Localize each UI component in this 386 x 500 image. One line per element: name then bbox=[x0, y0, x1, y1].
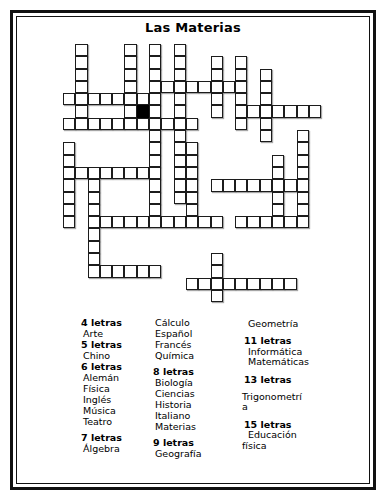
grid-cell-5-12[interactable] bbox=[211, 105, 223, 117]
grid-cell-19-4 bbox=[112, 278, 124, 290]
grid-cell-1-9[interactable] bbox=[174, 56, 186, 68]
grid-cell-9-7[interactable] bbox=[149, 155, 161, 167]
grid-cell-20-20 bbox=[309, 290, 321, 302]
grid-cell-6-14[interactable] bbox=[235, 118, 247, 130]
grid-cell-3-11[interactable] bbox=[198, 81, 210, 93]
grid-cell-13-8 bbox=[161, 204, 173, 216]
grid-cell-16-10 bbox=[186, 241, 198, 253]
grid-cell-20-10 bbox=[186, 290, 198, 302]
grid-cell-2-14[interactable] bbox=[235, 69, 247, 81]
grid-cell-10-16 bbox=[260, 167, 272, 179]
grid-cell-12-20 bbox=[309, 192, 321, 204]
grid-cell-18-2[interactable] bbox=[88, 265, 100, 277]
grid-cell-12-11 bbox=[198, 192, 210, 204]
word-item: Cálculo bbox=[153, 317, 223, 328]
word-item: Álgebra bbox=[81, 443, 151, 454]
grid-cell-7-7[interactable] bbox=[149, 130, 161, 142]
grid-cell-18-8 bbox=[161, 265, 173, 277]
grid-cell-8-7[interactable] bbox=[149, 142, 161, 154]
grid-cell-16-16 bbox=[260, 241, 272, 253]
grid-cell-5-20[interactable] bbox=[309, 105, 321, 117]
grid-cell-15-5 bbox=[124, 228, 136, 240]
grid-cell-0-10 bbox=[186, 44, 198, 56]
grid-cell-4-4[interactable] bbox=[112, 93, 124, 105]
grid-cell-8-20 bbox=[309, 142, 321, 154]
grid-cell-0-9[interactable] bbox=[174, 44, 186, 56]
grid-cell-9-17[interactable] bbox=[272, 155, 284, 167]
grid-cell-10-7[interactable] bbox=[149, 167, 161, 179]
grid-cell-9-16 bbox=[260, 155, 272, 167]
grid-cell-4-0[interactable] bbox=[63, 93, 75, 105]
grid-cell-19-11[interactable] bbox=[198, 278, 210, 290]
grid-cell-12-9[interactable] bbox=[174, 192, 186, 204]
grid-cell-6-18 bbox=[284, 118, 296, 130]
grid-cell-6-20 bbox=[309, 118, 321, 130]
grid-cell-0-7[interactable] bbox=[149, 44, 161, 56]
grid-cell-5-17[interactable] bbox=[272, 105, 284, 117]
grid-cell-4-14[interactable] bbox=[235, 93, 247, 105]
grid-cell-8-3 bbox=[100, 142, 112, 154]
grid-cell-14-20 bbox=[309, 216, 321, 228]
grid-cell-1-14[interactable] bbox=[235, 56, 247, 68]
grid-cell-16-3 bbox=[100, 241, 112, 253]
grid-cell-7-8 bbox=[161, 130, 173, 142]
grid-cell-3-20 bbox=[309, 81, 321, 93]
grid-cell-6-5[interactable] bbox=[124, 118, 136, 130]
grid-cell-6-15 bbox=[247, 118, 259, 130]
grid-cell-5-7[interactable] bbox=[149, 105, 161, 117]
grid-cell-3-7[interactable] bbox=[149, 81, 161, 93]
grid-cell-3-14[interactable] bbox=[235, 81, 247, 93]
grid-cell-3-13[interactable] bbox=[223, 81, 235, 93]
grid-cell-6-9[interactable] bbox=[174, 118, 186, 130]
grid-cell-11-12[interactable] bbox=[211, 179, 223, 191]
grid-cell-13-15 bbox=[247, 204, 259, 216]
grid-cell-12-19[interactable] bbox=[297, 192, 309, 204]
grid-cell-4-16[interactable] bbox=[260, 93, 272, 105]
grid-cell-19-16[interactable] bbox=[260, 278, 272, 290]
grid-cell-7-16[interactable] bbox=[260, 130, 272, 142]
grid-cell-10-13 bbox=[223, 167, 235, 179]
grid-cell-6-2[interactable] bbox=[88, 118, 100, 130]
grid-cell-16-8 bbox=[161, 241, 173, 253]
grid-cell-16-2[interactable] bbox=[88, 241, 100, 253]
grid-cell-18-17 bbox=[272, 265, 284, 277]
grid-cell-12-7[interactable] bbox=[149, 192, 161, 204]
grid-cell-12-10[interactable] bbox=[186, 192, 198, 204]
grid-cell-6-4[interactable] bbox=[112, 118, 124, 130]
grid-cell-10-6[interactable] bbox=[137, 167, 149, 179]
grid-cell-1-8 bbox=[161, 56, 173, 68]
grid-cell-5-8 bbox=[161, 105, 173, 117]
grid-cell-17-4 bbox=[112, 253, 124, 265]
grid-cell-14-1 bbox=[75, 216, 87, 228]
grid-cell-14-16[interactable] bbox=[260, 216, 272, 228]
grid-cell-18-3[interactable] bbox=[100, 265, 112, 277]
grid-cell-19-7 bbox=[149, 278, 161, 290]
grid-cell-1-2 bbox=[88, 56, 100, 68]
grid-cell-1-20 bbox=[309, 56, 321, 68]
grid-cell-14-7[interactable] bbox=[149, 216, 161, 228]
grid-cell-13-10[interactable] bbox=[186, 204, 198, 216]
grid-cell-5-6 bbox=[137, 105, 149, 117]
grid-cell-15-2[interactable] bbox=[88, 228, 100, 240]
grid-cell-19-15[interactable] bbox=[247, 278, 259, 290]
grid-cell-1-7[interactable] bbox=[149, 56, 161, 68]
grid-cell-9-6 bbox=[137, 155, 149, 167]
grid-cell-16-12 bbox=[211, 241, 223, 253]
grid-cell-13-11 bbox=[198, 204, 210, 216]
grid-cell-8-6 bbox=[137, 142, 149, 154]
grid-cell-7-15 bbox=[247, 130, 259, 142]
grid-cell-12-17[interactable] bbox=[272, 192, 284, 204]
grid-cell-4-5[interactable] bbox=[124, 93, 136, 105]
grid-cell-20-16 bbox=[260, 290, 272, 302]
grid-cell-17-3 bbox=[100, 253, 112, 265]
grid-cell-10-17[interactable] bbox=[272, 167, 284, 179]
grid-cell-4-9[interactable] bbox=[174, 93, 186, 105]
grid-cell-2-10 bbox=[186, 69, 198, 81]
word-item: Física bbox=[81, 383, 151, 394]
grid-cell-7-10 bbox=[186, 130, 198, 142]
grid-cell-4-6[interactable] bbox=[137, 93, 149, 105]
grid-cell-10-3[interactable] bbox=[100, 167, 112, 179]
grid-cell-7-11 bbox=[198, 130, 210, 142]
grid-cell-19-0 bbox=[63, 278, 75, 290]
grid-cell-14-0[interactable] bbox=[63, 216, 75, 228]
grid-cell-13-0[interactable] bbox=[63, 204, 75, 216]
grid-cell-12-13 bbox=[223, 192, 235, 204]
grid-cell-5-16[interactable] bbox=[260, 105, 272, 117]
grid-cell-11-0[interactable] bbox=[63, 179, 75, 191]
grid-cell-13-19[interactable] bbox=[297, 204, 309, 216]
grid-cell-8-19[interactable] bbox=[297, 142, 309, 154]
grid-cell-3-19 bbox=[297, 81, 309, 93]
grid-cell-18-4[interactable] bbox=[112, 265, 124, 277]
grid-cell-17-12[interactable] bbox=[211, 253, 223, 265]
grid-cell-1-1[interactable] bbox=[75, 56, 87, 68]
grid-cell-11-17[interactable] bbox=[272, 179, 284, 191]
grid-cell-2-2 bbox=[88, 69, 100, 81]
grid-cell-14-15[interactable] bbox=[247, 216, 259, 228]
grid-cell-3-5[interactable] bbox=[124, 81, 136, 93]
grid-cell-1-12[interactable] bbox=[211, 56, 223, 68]
grid-cell-15-8 bbox=[161, 228, 173, 240]
grid-cell-13-20 bbox=[309, 204, 321, 216]
grid-cell-16-17 bbox=[272, 241, 284, 253]
grid-cell-15-19 bbox=[297, 228, 309, 240]
grid-cell-9-5 bbox=[124, 155, 136, 167]
grid-cell-14-5[interactable] bbox=[124, 216, 136, 228]
grid-cell-8-0[interactable] bbox=[63, 142, 75, 154]
grid-cell-10-9[interactable] bbox=[174, 167, 186, 179]
grid-cell-5-18[interactable] bbox=[284, 105, 296, 117]
grid-cell-8-4 bbox=[112, 142, 124, 154]
grid-cell-12-0[interactable] bbox=[63, 192, 75, 204]
grid-cell-16-0 bbox=[63, 241, 75, 253]
grid-cell-2-8 bbox=[161, 69, 173, 81]
grid-cell-13-17[interactable] bbox=[272, 204, 284, 216]
grid-cell-9-10[interactable] bbox=[186, 155, 198, 167]
grid-cell-14-17[interactable] bbox=[272, 216, 284, 228]
grid-cell-19-1 bbox=[75, 278, 87, 290]
grid-cell-13-4 bbox=[112, 204, 124, 216]
grid-cell-10-10[interactable] bbox=[186, 167, 198, 179]
grid-cell-2-18 bbox=[284, 69, 296, 81]
grid-cell-17-20 bbox=[309, 253, 321, 265]
grid-cell-11-20 bbox=[309, 179, 321, 191]
grid-cell-0-3 bbox=[100, 44, 112, 56]
grid-cell-8-11 bbox=[198, 142, 210, 154]
grid-cell-13-2[interactable] bbox=[88, 204, 100, 216]
grid-cell-2-9[interactable] bbox=[174, 69, 186, 81]
grid-cell-14-3[interactable] bbox=[100, 216, 112, 228]
grid-cell-8-10[interactable] bbox=[186, 142, 198, 154]
grid-cell-11-9[interactable] bbox=[174, 179, 186, 191]
grid-cell-17-19 bbox=[297, 253, 309, 265]
grid-cell-20-0 bbox=[63, 290, 75, 302]
grid-cell-3-16[interactable] bbox=[260, 81, 272, 93]
grid-cell-11-13[interactable] bbox=[223, 179, 235, 191]
grid-cell-6-3[interactable] bbox=[100, 118, 112, 130]
grid-cell-2-20 bbox=[309, 69, 321, 81]
word-list-column-2: CálculoEspañolFrancésQuímica8 letrasBiol… bbox=[153, 317, 223, 459]
grid-cell-4-15 bbox=[247, 93, 259, 105]
grid-cell-14-2[interactable] bbox=[88, 216, 100, 228]
grid-cell-10-20 bbox=[309, 167, 321, 179]
grid-cell-15-3 bbox=[100, 228, 112, 240]
grid-cell-19-6 bbox=[137, 278, 149, 290]
word-item: Biología bbox=[153, 377, 223, 388]
grid-cell-5-19[interactable] bbox=[297, 105, 309, 117]
grid-cell-18-1 bbox=[75, 265, 87, 277]
grid-cell-11-14[interactable] bbox=[235, 179, 247, 191]
grid-cell-11-5 bbox=[124, 179, 136, 191]
grid-cell-11-16[interactable] bbox=[260, 179, 272, 191]
grid-cell-14-10[interactable] bbox=[186, 216, 198, 228]
grid-cell-6-6[interactable] bbox=[137, 118, 149, 130]
grid-cell-11-18[interactable] bbox=[284, 179, 296, 191]
grid-cell-20-5 bbox=[124, 290, 136, 302]
grid-cell-20-12[interactable] bbox=[211, 290, 223, 302]
grid-cell-15-16 bbox=[260, 228, 272, 240]
grid-cell-17-2[interactable] bbox=[88, 253, 100, 265]
grid-cell-11-8 bbox=[161, 179, 173, 191]
grid-cell-14-11[interactable] bbox=[198, 216, 210, 228]
grid-cell-6-13 bbox=[223, 118, 235, 130]
grid-cell-6-7[interactable] bbox=[149, 118, 161, 130]
grid-cell-19-14[interactable] bbox=[235, 278, 247, 290]
grid-cell-13-7[interactable] bbox=[149, 204, 161, 216]
grid-cell-3-17 bbox=[272, 81, 284, 93]
grid-cell-17-11 bbox=[198, 253, 210, 265]
grid-cell-12-15 bbox=[247, 192, 259, 204]
grid-cell-10-15 bbox=[247, 167, 259, 179]
grid-cell-0-17 bbox=[272, 44, 284, 56]
grid-cell-8-8 bbox=[161, 142, 173, 154]
grid-cell-1-0 bbox=[63, 56, 75, 68]
grid-cell-10-11 bbox=[198, 167, 210, 179]
grid-cell-10-19[interactable] bbox=[297, 167, 309, 179]
grid-cell-11-19[interactable] bbox=[297, 179, 309, 191]
grid-cell-9-19[interactable] bbox=[297, 155, 309, 167]
grid-cell-10-1[interactable] bbox=[75, 167, 87, 179]
grid-cell-1-4 bbox=[112, 56, 124, 68]
grid-cell-3-1[interactable] bbox=[75, 81, 87, 93]
grid-cell-12-14 bbox=[235, 192, 247, 204]
grid-cell-18-5[interactable] bbox=[124, 265, 136, 277]
grid-cell-11-2[interactable] bbox=[88, 179, 100, 191]
grid-cell-14-18[interactable] bbox=[284, 216, 296, 228]
grid-cell-14-6[interactable] bbox=[137, 216, 149, 228]
grid-cell-5-13 bbox=[223, 105, 235, 117]
grid-cell-18-6[interactable] bbox=[137, 265, 149, 277]
grid-cell-2-1[interactable] bbox=[75, 69, 87, 81]
grid-cell-13-12 bbox=[211, 204, 223, 216]
grid-cell-6-10[interactable] bbox=[186, 118, 198, 130]
grid-cell-16-15 bbox=[247, 241, 259, 253]
grid-cell-17-0 bbox=[63, 253, 75, 265]
grid-cell-10-4[interactable] bbox=[112, 167, 124, 179]
grid-cell-19-10[interactable] bbox=[186, 278, 198, 290]
grid-cell-17-8 bbox=[161, 253, 173, 265]
grid-cell-4-11 bbox=[198, 93, 210, 105]
grid-cell-18-0 bbox=[63, 265, 75, 277]
grid-cell-10-5[interactable] bbox=[124, 167, 136, 179]
grid-cell-10-0[interactable] bbox=[63, 167, 75, 179]
grid-cell-16-5 bbox=[124, 241, 136, 253]
grid-cell-0-13 bbox=[223, 44, 235, 56]
grid-cell-4-7[interactable] bbox=[149, 93, 161, 105]
grid-cell-16-9 bbox=[174, 241, 186, 253]
grid-cell-1-17 bbox=[272, 56, 284, 68]
grid-cell-13-18 bbox=[284, 204, 296, 216]
grid-cell-17-10 bbox=[186, 253, 198, 265]
grid-cell-5-9[interactable] bbox=[174, 105, 186, 117]
grid-cell-18-12[interactable] bbox=[211, 265, 223, 277]
grid-cell-14-12[interactable] bbox=[211, 216, 223, 228]
grid-cell-2-7[interactable] bbox=[149, 69, 161, 81]
grid-cell-20-11 bbox=[198, 290, 210, 302]
grid-cell-12-3 bbox=[100, 192, 112, 204]
grid-cell-16-7 bbox=[149, 241, 161, 253]
grid-cell-6-11 bbox=[198, 118, 210, 130]
grid-cell-16-14 bbox=[235, 241, 247, 253]
grid-cell-4-1[interactable] bbox=[75, 93, 87, 105]
grid-cell-11-15[interactable] bbox=[247, 179, 259, 191]
grid-cell-14-8[interactable] bbox=[161, 216, 173, 228]
grid-cell-6-19 bbox=[297, 118, 309, 130]
grid-cell-19-17[interactable] bbox=[272, 278, 284, 290]
grid-cell-15-17 bbox=[272, 228, 284, 240]
grid-cell-2-16[interactable] bbox=[260, 69, 272, 81]
grid-cell-19-19 bbox=[297, 278, 309, 290]
grid-cell-7-19[interactable] bbox=[297, 130, 309, 142]
grid-cell-5-1[interactable] bbox=[75, 105, 87, 117]
grid-cell-4-3[interactable] bbox=[100, 93, 112, 105]
grid-cell-4-13 bbox=[223, 93, 235, 105]
grid-cell-4-12[interactable] bbox=[211, 93, 223, 105]
grid-cell-10-18 bbox=[284, 167, 296, 179]
grid-cell-17-16 bbox=[260, 253, 272, 265]
grid-cell-6-0[interactable] bbox=[63, 118, 75, 130]
grid-cell-0-5[interactable] bbox=[124, 44, 136, 56]
grid-cell-7-9[interactable] bbox=[174, 130, 186, 142]
grid-cell-8-14 bbox=[235, 142, 247, 154]
grid-cell-4-10 bbox=[186, 93, 198, 105]
grid-cell-15-11 bbox=[198, 228, 210, 240]
grid-cell-7-17 bbox=[272, 130, 284, 142]
grid-cell-7-3 bbox=[100, 130, 112, 142]
grid-cell-7-18 bbox=[284, 130, 296, 142]
grid-cell-5-14[interactable] bbox=[235, 105, 247, 117]
grid-cell-9-18 bbox=[284, 155, 296, 167]
grid-cell-2-12[interactable] bbox=[211, 69, 223, 81]
grid-cell-15-10 bbox=[186, 228, 198, 240]
grid-cell-3-15 bbox=[247, 81, 259, 93]
grid-cell-9-8 bbox=[161, 155, 173, 167]
grid-cell-14-19[interactable] bbox=[297, 216, 309, 228]
grid-cell-5-5[interactable] bbox=[124, 105, 136, 117]
word-item: Matemáticas bbox=[242, 357, 314, 367]
grid-cell-3-9[interactable] bbox=[174, 81, 186, 93]
grid-cell-18-7[interactable] bbox=[149, 265, 161, 277]
grid-cell-12-2[interactable] bbox=[88, 192, 100, 204]
grid-cell-9-0[interactable] bbox=[63, 155, 75, 167]
grid-cell-10-8 bbox=[161, 167, 173, 179]
grid-cell-6-16[interactable] bbox=[260, 118, 272, 130]
grid-cell-9-15 bbox=[247, 155, 259, 167]
word-item: física bbox=[242, 441, 314, 451]
grid-cell-19-13[interactable] bbox=[223, 278, 235, 290]
grid-cell-5-15[interactable] bbox=[247, 105, 259, 117]
grid-cell-19-18[interactable] bbox=[284, 278, 296, 290]
grid-cell-3-12[interactable] bbox=[211, 81, 223, 93]
grid-cell-2-0 bbox=[63, 69, 75, 81]
grid-cell-9-9[interactable] bbox=[174, 155, 186, 167]
word-item: Química bbox=[153, 350, 223, 361]
grid-cell-2-13 bbox=[223, 69, 235, 81]
grid-cell-7-1 bbox=[75, 130, 87, 142]
grid-cell-14-9[interactable] bbox=[174, 216, 186, 228]
grid-cell-8-9[interactable] bbox=[174, 142, 186, 154]
grid-cell-9-20 bbox=[309, 155, 321, 167]
grid-cell-20-6 bbox=[137, 290, 149, 302]
grid-cell-11-7[interactable] bbox=[149, 179, 161, 191]
grid-cell-10-2[interactable] bbox=[88, 167, 100, 179]
grid-cell-3-8[interactable] bbox=[161, 81, 173, 93]
grid-cell-7-6 bbox=[137, 130, 149, 142]
grid-cell-2-5[interactable] bbox=[124, 69, 136, 81]
grid-cell-11-10[interactable] bbox=[186, 179, 198, 191]
grid-cell-14-14[interactable] bbox=[235, 216, 247, 228]
grid-cell-19-12[interactable] bbox=[211, 278, 223, 290]
word-item: a bbox=[242, 402, 314, 412]
grid-cell-0-1[interactable] bbox=[75, 44, 87, 56]
grid-cell-6-1[interactable] bbox=[75, 118, 87, 130]
grid-cell-1-5[interactable] bbox=[124, 56, 136, 68]
grid-cell-15-20 bbox=[309, 228, 321, 240]
grid-cell-18-11 bbox=[198, 265, 210, 277]
grid-cell-4-2[interactable] bbox=[88, 93, 100, 105]
grid-cell-6-8[interactable] bbox=[161, 118, 173, 130]
grid-cell-13-3 bbox=[100, 204, 112, 216]
grid-cell-3-10[interactable] bbox=[186, 81, 198, 93]
grid-cell-9-4 bbox=[112, 155, 124, 167]
grid-cell-14-4[interactable] bbox=[112, 216, 124, 228]
word-count-heading: 13 letras bbox=[242, 375, 314, 385]
grid-cell-5-11 bbox=[198, 105, 210, 117]
